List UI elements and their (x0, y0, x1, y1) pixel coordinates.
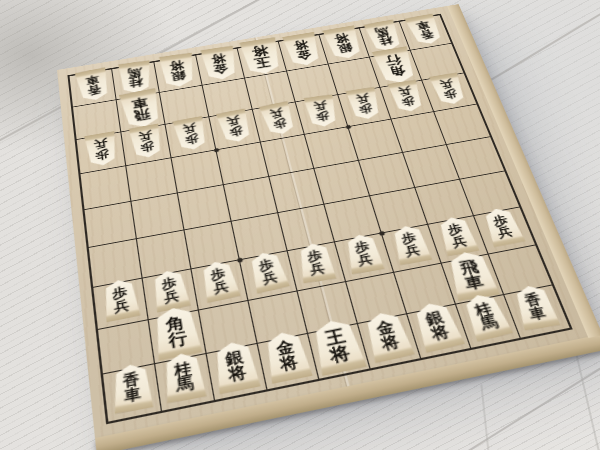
piece-pawn-gote[interactable]: 歩兵 (344, 87, 383, 121)
piece-lance-gote[interactable]: 香車 (403, 13, 445, 46)
piece-kanji: 将 (278, 354, 299, 373)
piece-kanji: 車 (84, 74, 99, 86)
piece-kanji: 兵 (137, 130, 152, 142)
piece-pawn-sente[interactable]: 歩兵 (342, 232, 385, 274)
piece-kanji: 兵 (449, 234, 467, 248)
piece-lance-sente[interactable]: 香車 (510, 283, 561, 330)
piece-kanji: 兵 (496, 225, 515, 239)
piece-kanji: 行 (383, 54, 402, 67)
piece-gold-gote[interactable]: 金将 (200, 45, 240, 81)
piece-kanji: 兵 (93, 138, 108, 150)
piece-pawn-sente[interactable]: 歩兵 (149, 267, 191, 312)
piece-pawn-gote[interactable]: 歩兵 (302, 94, 339, 128)
piece-kanji: 兵 (112, 297, 129, 313)
piece-kanji: 将 (328, 344, 352, 365)
piece-kanji: 将 (429, 324, 451, 342)
piece-kanji: 馬 (127, 67, 142, 79)
piece-king-sente[interactable]: 王将 (308, 316, 368, 376)
piece-pawn-sente[interactable]: 歩兵 (480, 206, 526, 248)
piece-kanji: 馬 (374, 26, 391, 38)
piece-kanji: 将 (211, 52, 227, 64)
piece-kanji: 兵 (312, 100, 327, 111)
piece-pawn-sente[interactable]: 歩兵 (434, 214, 479, 256)
piece-silver-sente[interactable]: 銀将 (409, 299, 466, 353)
piece-pawn-gote[interactable]: 歩兵 (258, 100, 298, 136)
piece-pawn-gote[interactable]: 歩兵 (428, 72, 469, 106)
piece-kanji: 兵 (225, 115, 241, 127)
piece-rook-sente[interactable]: 飛車 (443, 249, 500, 301)
piece-king-gote[interactable]: 玉将 (239, 37, 285, 77)
piece-pawn-gote[interactable]: 歩兵 (83, 131, 119, 168)
piece-kanji: 兵 (308, 261, 325, 275)
piece-kanji: 行 (167, 330, 188, 349)
piece-kanji: 兵 (268, 107, 284, 119)
piece-pawn-sente[interactable]: 歩兵 (295, 241, 337, 283)
piece-kanji: 馬 (175, 375, 194, 393)
piece-kanji: 車 (130, 96, 148, 110)
piece-kanji: 将 (251, 44, 270, 58)
piece-gold-sente[interactable]: 金将 (261, 329, 313, 384)
piece-kanji: 車 (414, 19, 430, 30)
wood-floor: 香車桂馬銀将金将玉将金将銀将桂馬香車飛車角行歩兵歩兵歩兵歩兵歩兵歩兵歩兵歩兵歩兵… (0, 0, 600, 450)
piece-kanji: 兵 (181, 122, 197, 134)
piece-kanji: 将 (293, 39, 310, 51)
piece-pawn-gote[interactable]: 歩兵 (127, 123, 164, 160)
piece-kanji: 兵 (354, 93, 370, 104)
piece-gold-sente[interactable]: 金将 (360, 309, 415, 364)
piece-kanji: 兵 (403, 243, 421, 257)
floor-plank-joint (574, 346, 600, 450)
piece-lance-sente[interactable]: 香車 (110, 361, 154, 413)
piece-kanji: 兵 (438, 78, 454, 89)
piece-kanji: 車 (527, 305, 547, 321)
piece-kanji: 車 (462, 273, 484, 291)
piece-kanji: 将 (169, 59, 185, 71)
piece-gold-gote[interactable]: 金将 (281, 32, 324, 68)
piece-pawn-sente[interactable]: 歩兵 (197, 258, 240, 303)
piece-kanji: 将 (379, 334, 401, 352)
piece-kanji: 馬 (478, 314, 500, 332)
piece-pawn-gote[interactable]: 歩兵 (171, 115, 209, 152)
piece-kanji: 将 (333, 32, 350, 44)
piece-pawn-gote[interactable]: 歩兵 (386, 79, 426, 113)
piece-pawn-sente[interactable]: 歩兵 (388, 223, 432, 265)
piece-silver-sente[interactable]: 銀将 (211, 339, 262, 395)
piece-kanji: 兵 (260, 269, 278, 284)
piece-kanji: 車 (123, 386, 141, 404)
piece-pawn-sente[interactable]: 歩兵 (100, 276, 141, 322)
piece-kanji: 兵 (211, 279, 229, 295)
piece-pawn-gote[interactable]: 歩兵 (215, 108, 254, 144)
piece-kanji: 将 (227, 365, 247, 384)
piece-bishop-gote[interactable]: 角行 (370, 46, 419, 86)
shogi-board: 香車桂馬銀将金将玉将金将銀将桂馬香車飛車角行歩兵歩兵歩兵歩兵歩兵歩兵歩兵歩兵歩兵… (57, 6, 588, 438)
piece-pawn-sente[interactable]: 歩兵 (245, 249, 289, 294)
piece-kanji: 兵 (356, 252, 374, 266)
piece-silver-gote[interactable]: 銀将 (322, 25, 366, 61)
piece-silver-gote[interactable]: 銀将 (158, 52, 197, 89)
piece-kanji: 兵 (396, 86, 412, 97)
piece-kanji: 兵 (162, 288, 180, 304)
